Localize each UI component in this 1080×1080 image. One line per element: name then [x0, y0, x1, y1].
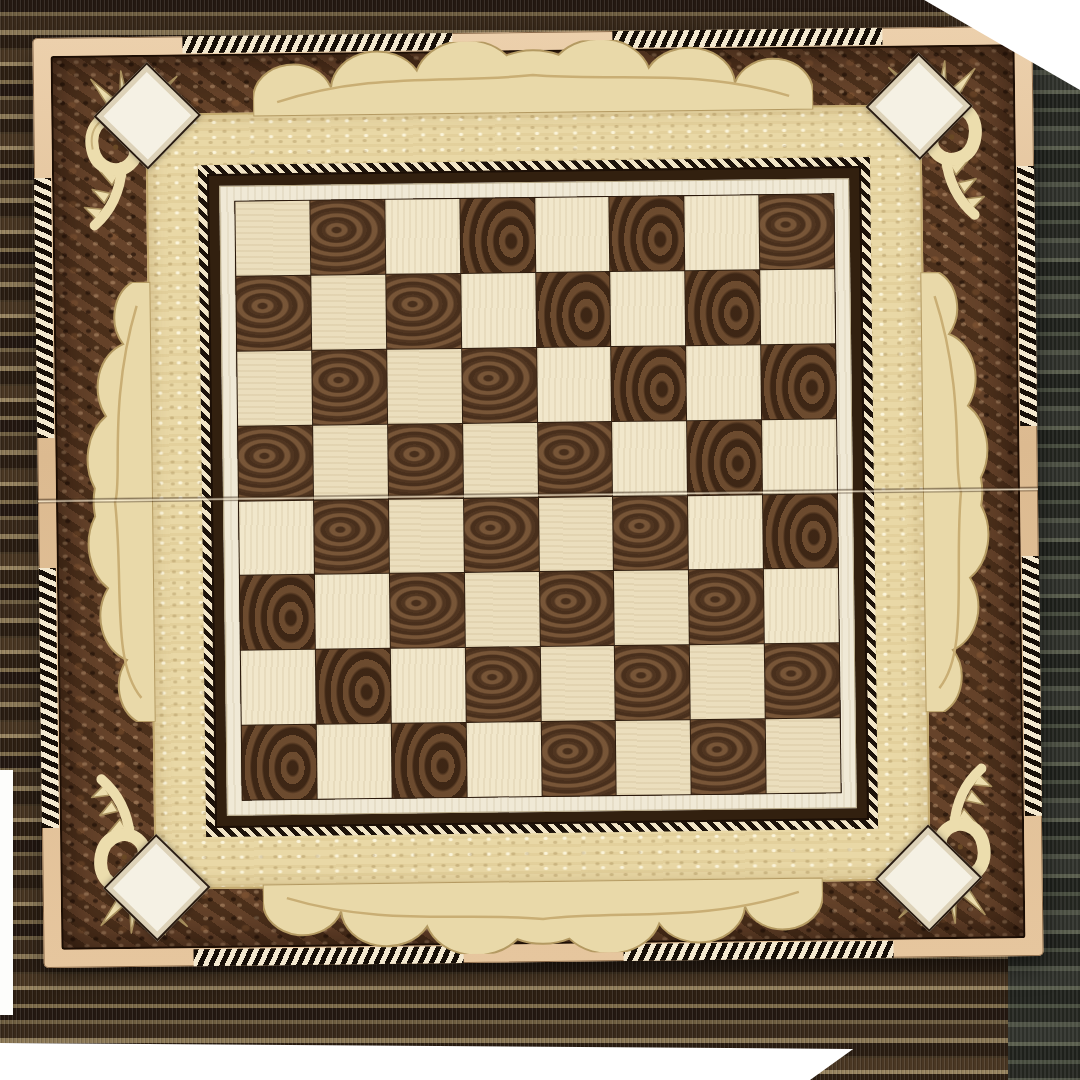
square-d4[interactable]	[464, 498, 539, 573]
square-b8[interactable]	[310, 200, 385, 275]
square-f8[interactable]	[610, 196, 685, 271]
square-f6[interactable]	[612, 346, 687, 421]
square-e6[interactable]	[537, 347, 612, 422]
square-g2[interactable]	[690, 645, 765, 720]
square-g8[interactable]	[685, 195, 760, 270]
square-e4[interactable]	[539, 497, 614, 572]
square-g3[interactable]	[689, 570, 764, 645]
square-f2[interactable]	[615, 645, 690, 720]
square-h2[interactable]	[765, 644, 840, 719]
square-d8[interactable]	[460, 198, 535, 273]
square-f4[interactable]	[613, 496, 688, 571]
square-f7[interactable]	[611, 271, 686, 346]
square-a3[interactable]	[240, 575, 315, 650]
chessboard-frame	[32, 26, 1043, 968]
square-h6[interactable]	[761, 344, 836, 419]
photo-scene	[0, 0, 1080, 1080]
square-f3[interactable]	[614, 571, 689, 646]
square-a8[interactable]	[235, 201, 310, 276]
square-g6[interactable]	[686, 345, 761, 420]
square-f1[interactable]	[616, 720, 691, 795]
square-e7[interactable]	[536, 272, 611, 347]
photo-white-left-sliver	[0, 770, 13, 1015]
rail-stripe-left-lower	[39, 568, 59, 828]
square-e3[interactable]	[539, 571, 614, 646]
square-e5[interactable]	[538, 422, 613, 497]
square-a7[interactable]	[236, 276, 311, 351]
square-a6[interactable]	[237, 351, 312, 426]
square-d6[interactable]	[462, 348, 537, 423]
square-c4[interactable]	[389, 498, 464, 573]
square-c2[interactable]	[391, 648, 466, 723]
square-b2[interactable]	[316, 649, 391, 724]
square-c8[interactable]	[385, 199, 460, 274]
cloud-medallion-top	[252, 38, 813, 117]
square-c5[interactable]	[388, 424, 463, 499]
rail-stripe-left-upper	[34, 178, 54, 438]
square-a4[interactable]	[239, 500, 314, 575]
square-d7[interactable]	[461, 273, 536, 348]
square-b6[interactable]	[312, 350, 387, 425]
square-h8[interactable]	[759, 194, 834, 269]
rail-stripe-right-upper	[1017, 166, 1037, 426]
square-d5[interactable]	[463, 423, 538, 498]
square-a5[interactable]	[238, 425, 313, 500]
square-f5[interactable]	[612, 421, 687, 496]
rail-stripe-right-lower	[1022, 556, 1042, 816]
square-g1[interactable]	[691, 719, 766, 794]
square-g5[interactable]	[687, 420, 762, 495]
square-b4[interactable]	[314, 499, 389, 574]
square-a1[interactable]	[242, 725, 317, 800]
square-e2[interactable]	[540, 646, 615, 721]
square-e8[interactable]	[535, 197, 610, 272]
square-a2[interactable]	[241, 650, 316, 725]
square-d2[interactable]	[465, 647, 540, 722]
square-g4[interactable]	[688, 495, 763, 570]
square-b3[interactable]	[315, 574, 390, 649]
square-c6[interactable]	[387, 349, 462, 424]
square-g7[interactable]	[686, 270, 761, 345]
square-b1[interactable]	[317, 724, 392, 799]
square-h3[interactable]	[764, 569, 839, 644]
square-c3[interactable]	[390, 573, 465, 648]
square-h4[interactable]	[763, 494, 838, 569]
square-e1[interactable]	[541, 721, 616, 796]
square-b5[interactable]	[313, 424, 388, 499]
square-c7[interactable]	[386, 274, 461, 349]
square-d1[interactable]	[466, 722, 541, 797]
square-d3[interactable]	[465, 572, 540, 647]
square-h5[interactable]	[762, 419, 837, 494]
square-h7[interactable]	[760, 269, 835, 344]
cloud-medallion-bottom	[263, 878, 824, 957]
square-c1[interactable]	[392, 723, 467, 798]
square-h1[interactable]	[766, 718, 841, 793]
square-b7[interactable]	[311, 275, 386, 350]
